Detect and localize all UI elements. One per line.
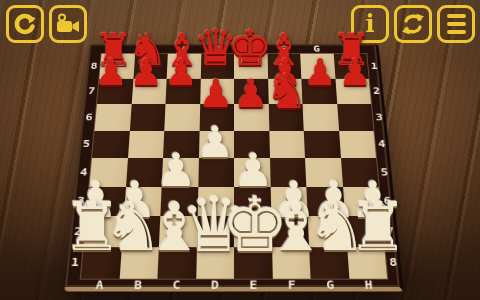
piece-red-pawn[interactable]: ♟ [129, 54, 162, 91]
coordinate-label: E [234, 279, 273, 292]
video-camera-icon [55, 13, 81, 35]
file-labels-bottom: ABCDEFGH [80, 279, 389, 292]
board-square[interactable] [164, 104, 199, 131]
board-square[interactable] [129, 104, 165, 131]
restart-button[interactable] [6, 5, 44, 43]
piece-red-pawn[interactable]: ♟ [234, 74, 269, 113]
board-square[interactable] [92, 131, 129, 158]
coordinate-label: 6 [85, 112, 93, 122]
piece-white-rook[interactable]: ♜ [348, 194, 408, 261]
board-square[interactable] [339, 131, 376, 158]
hamburger-menu-icon [447, 14, 466, 34]
sync-arrows-icon [401, 12, 425, 36]
board-square[interactable] [337, 104, 374, 131]
piece-red-pawn[interactable]: ♟ [164, 54, 197, 91]
piece-red-pawn[interactable]: ♟ [199, 74, 234, 113]
coordinate-label: B [118, 279, 157, 292]
piece-white-pawn[interactable]: ♟ [196, 121, 235, 164]
coordinate-label: G [311, 279, 350, 292]
coordinate-label: A [80, 279, 119, 292]
board-square[interactable] [269, 131, 305, 158]
coordinate-label: H [349, 279, 388, 292]
coordinate-label: D [195, 279, 234, 292]
piece-red-pawn[interactable]: ♟ [338, 54, 371, 91]
coordinate-label: 4 [378, 139, 386, 150]
coordinate-label: C [157, 279, 196, 292]
coordinate-label: F [272, 279, 311, 292]
toolbar-left [6, 5, 87, 43]
record-button[interactable] [49, 5, 87, 43]
board-square[interactable] [304, 131, 341, 158]
rotate-board-button[interactable] [394, 5, 432, 43]
piece-red-knight[interactable]: ♞ [265, 67, 308, 115]
coordinate-label: 2 [373, 86, 381, 96]
piece-red-pawn[interactable]: ♟ [94, 54, 127, 91]
board-square[interactable] [95, 104, 132, 131]
menu-button[interactable] [437, 5, 475, 43]
circular-arrow-icon [13, 12, 37, 36]
coordinate-label: 5 [82, 139, 90, 150]
coordinate-label: 3 [375, 112, 383, 122]
